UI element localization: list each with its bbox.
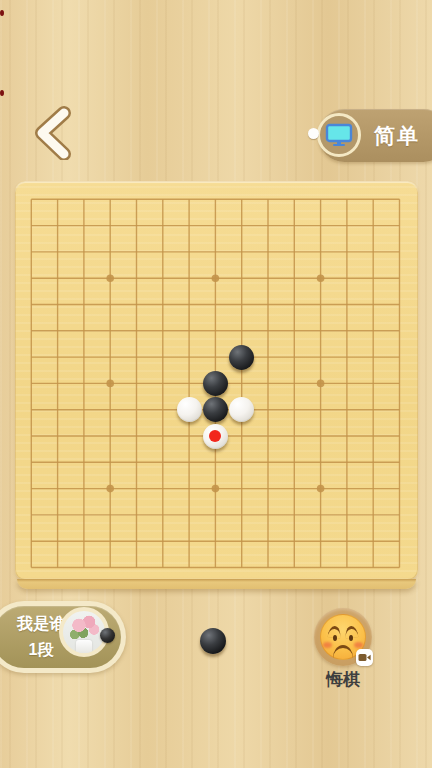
chevron-left-icon xyxy=(28,104,76,160)
star-point xyxy=(212,485,220,493)
emoji-eye xyxy=(349,635,353,641)
player-name: 我是谁 xyxy=(17,614,65,635)
player-rank: 1段 xyxy=(29,640,54,661)
player-stone-color-badge xyxy=(100,628,115,643)
star-point xyxy=(212,274,220,282)
emoji-blush xyxy=(354,642,363,648)
emoji-eye xyxy=(333,635,337,641)
difficulty-avatar-circle xyxy=(317,113,361,157)
star-point xyxy=(106,485,114,493)
stone-black xyxy=(203,371,228,396)
star-point xyxy=(317,485,325,493)
screen-edge-speck xyxy=(0,10,4,16)
video-camera-icon xyxy=(356,649,373,666)
difficulty-badge[interactable]: 简单 xyxy=(318,109,432,162)
star-point xyxy=(106,274,114,282)
computer-monitor-icon xyxy=(325,123,353,147)
stone-black xyxy=(229,345,254,370)
undo-button[interactable]: 悔棋 xyxy=(314,608,372,688)
screen-edge-speck xyxy=(0,90,4,96)
star-point xyxy=(317,380,325,388)
difficulty-dot xyxy=(308,128,319,139)
undo-label: 悔棋 xyxy=(293,668,393,691)
turn-indicator-stone xyxy=(200,628,226,654)
star-point xyxy=(317,274,325,282)
stone-white-last-move xyxy=(203,424,228,449)
back-button[interactable] xyxy=(28,104,76,160)
last-move-marker xyxy=(209,430,221,442)
difficulty-label: 简单 xyxy=(374,109,420,162)
game-screen: 简单 我是谁 1段 悔棋 xyxy=(0,0,432,768)
emoji-blush xyxy=(323,642,332,648)
stone-white xyxy=(177,397,202,422)
star-point xyxy=(106,380,114,388)
stone-black xyxy=(203,397,228,422)
player-card: 我是谁 1段 xyxy=(0,601,126,673)
gomoku-board[interactable] xyxy=(15,181,418,580)
emoji-frown-mouth xyxy=(333,645,353,658)
